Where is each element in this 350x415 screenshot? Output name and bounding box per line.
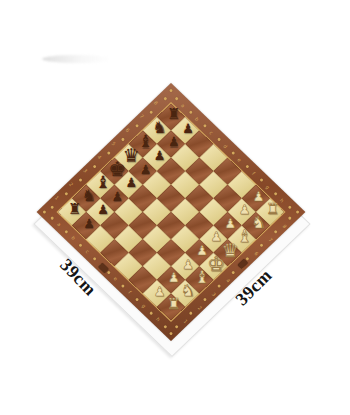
brass-pin-icon — [93, 164, 97, 168]
brass-pin-icon — [78, 177, 82, 181]
brass-pin-icon — [169, 331, 173, 335]
brass-pin-icon — [107, 150, 111, 154]
brass-pin-icon — [274, 229, 278, 233]
brass-pin-icon — [163, 96, 167, 100]
brass-pin-icon — [50, 205, 54, 209]
brass-pin-icon — [203, 297, 207, 301]
brass-pin-icon — [121, 137, 125, 141]
brass-pin-icon — [43, 210, 47, 214]
brass-pin-icon — [175, 324, 179, 328]
brass-pin-icon — [169, 88, 173, 92]
brass-pin-icon — [231, 270, 235, 274]
brass-pin-icon — [295, 210, 299, 214]
brass-pin-icon — [64, 191, 68, 195]
brass-pin-icon — [189, 310, 193, 314]
brass-pin-icon — [149, 109, 153, 113]
product-photo: ♜♟♟♜♞♟♟♞♝♟♟♝♛♟♟♛♚♟♟♚♝♟♟♝♞♟♟♞♜♟♟♜ aa88bb7… — [0, 0, 350, 415]
background-smudge — [42, 55, 112, 63]
brass-pin-icon — [245, 256, 249, 260]
brass-pin-icon — [217, 283, 221, 287]
chess-board: ♜♟♟♜♞♟♟♞♝♟♟♝♛♟♟♛♚♟♟♚♝♟♟♝♞♟♟♞♜♟♟♜ aa88bb7… — [37, 83, 306, 341]
brass-pin-icon — [135, 123, 139, 127]
brass-pin-icon — [288, 215, 292, 219]
brass-pin-icon — [259, 243, 263, 247]
